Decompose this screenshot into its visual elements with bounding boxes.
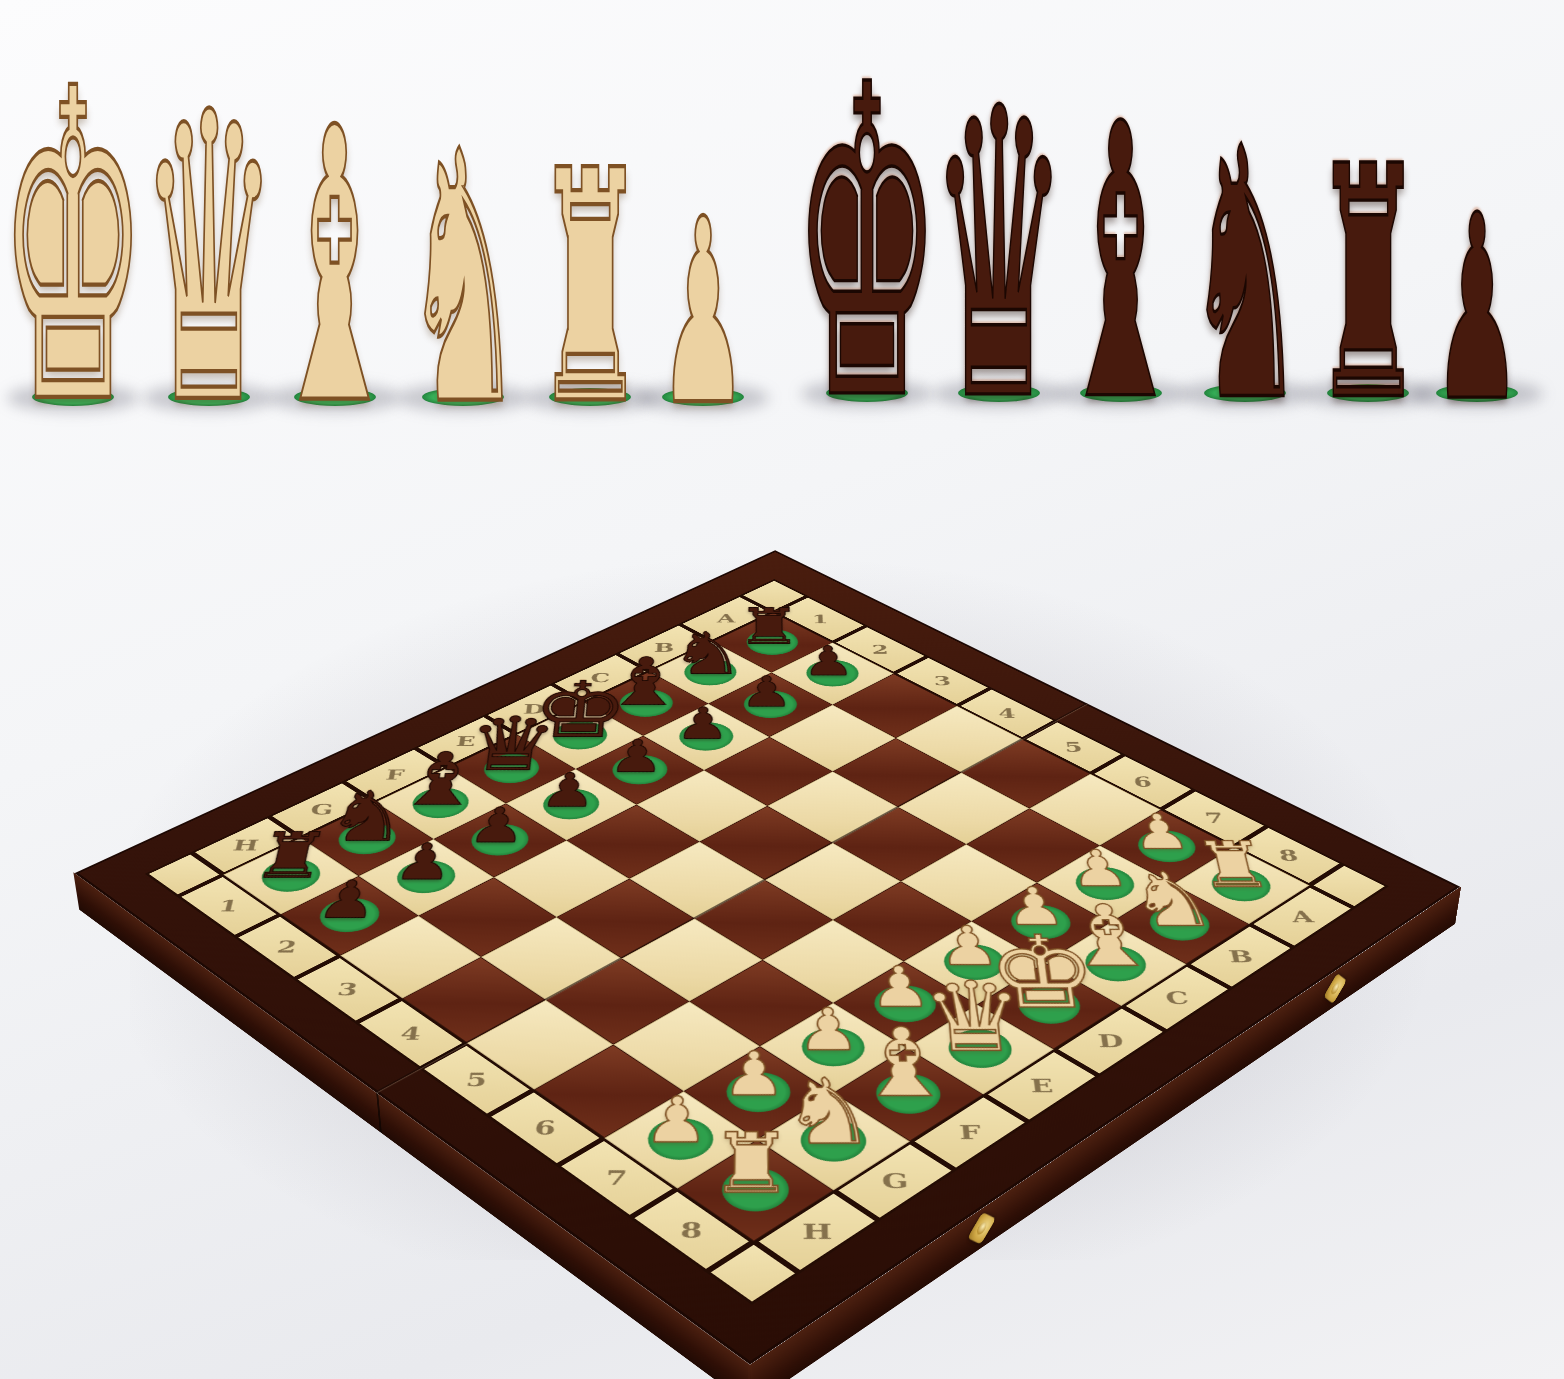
display-light-set-rook: ♜ bbox=[542, 259, 638, 406]
green-felt-base bbox=[936, 1022, 1025, 1076]
display-light-set-queen: ♛ bbox=[156, 223, 262, 406]
piece-light-knight-g8[interactable]: ♞ bbox=[718, 1078, 942, 1146]
display-light-set-king: ♚ bbox=[14, 209, 132, 406]
board-perspective-wrap: 12345678A♜♟♟♜AB♞♟♟♞BC♝♟♟♝CD♚♟♟♚DE♛♟♟♛EF♝… bbox=[275, 390, 1255, 1370]
square-g6[interactable] bbox=[613, 1001, 760, 1091]
light-set-knight-glyph: ♞ bbox=[403, 144, 524, 414]
piece-light-bishop-f8[interactable]: ♝ bbox=[794, 1028, 1014, 1099]
green-felt-base bbox=[634, 1110, 726, 1169]
chess-board: 12345678A♜♟♟♜AB♞♟♟♞BC♝♟♟♝CD♚♟♟♚DE♛♟♟♛EF♝… bbox=[74, 550, 1460, 1364]
green-felt-base bbox=[787, 1111, 879, 1170]
square-h4[interactable] bbox=[402, 957, 545, 1043]
light-set-rook-glyph: ♜ bbox=[534, 165, 645, 414]
dark-set-king-glyph: ♚ bbox=[792, 79, 941, 413]
display-light-set-pawn: ♟ bbox=[662, 289, 744, 406]
dark-set-knight-glyph: ♞ bbox=[1185, 140, 1306, 410]
light-set-bishop-glyph: ♝ bbox=[269, 121, 400, 415]
square-f4[interactable] bbox=[557, 879, 695, 959]
green-felt-base bbox=[1006, 979, 1093, 1031]
square-g8[interactable]: ♞ bbox=[757, 1093, 910, 1191]
piece-light-rook-h8[interactable]: ♜ bbox=[637, 1132, 866, 1194]
display-light-set-knight: ♞ bbox=[408, 247, 518, 406]
display-dark-set-knight: ♞ bbox=[1190, 243, 1300, 402]
display-light-set-bishop: ♝ bbox=[286, 233, 384, 406]
piece-light-pawn-g7[interactable]: ♟ bbox=[644, 1051, 863, 1097]
square-f7[interactable]: ♟ bbox=[760, 1003, 907, 1093]
display-set-dark: ♚♛♝♞♜♟ bbox=[808, 4, 1518, 402]
display-dark-set-rook: ♜ bbox=[1320, 255, 1416, 402]
piece-light-pawn-f7[interactable]: ♟ bbox=[721, 1008, 936, 1052]
square-h3[interactable] bbox=[340, 916, 481, 999]
brass-clasp-2 bbox=[969, 1207, 994, 1249]
square-g4[interactable] bbox=[481, 917, 622, 1000]
green-felt-base bbox=[863, 1066, 954, 1123]
piece-dark-pawn-h2[interactable]: ♟ bbox=[243, 880, 451, 919]
side-fold-seam bbox=[376, 1093, 382, 1134]
green-felt-base bbox=[713, 1064, 803, 1121]
square-h7[interactable]: ♟ bbox=[604, 1091, 757, 1188]
piece-light-pawn-h7[interactable]: ♟ bbox=[563, 1097, 787, 1144]
square-h6[interactable] bbox=[534, 1045, 683, 1138]
square-f6[interactable] bbox=[689, 960, 833, 1046]
display-set-light: ♚♛♝♞♜♟ bbox=[14, 8, 744, 406]
square-h5[interactable] bbox=[467, 1000, 613, 1090]
display-dark-set-pawn: ♟ bbox=[1436, 285, 1518, 402]
square-h8[interactable]: ♜ bbox=[677, 1140, 833, 1242]
dark-set-queen-glyph: ♛ bbox=[930, 102, 1068, 412]
square-h2[interactable]: ♟ bbox=[281, 876, 419, 956]
light-set-king-glyph: ♚ bbox=[0, 83, 148, 417]
square-g7[interactable]: ♟ bbox=[684, 1046, 834, 1140]
square-f8[interactable]: ♝ bbox=[833, 1048, 983, 1142]
green-felt-base bbox=[708, 1159, 802, 1220]
light-set-pawn-glyph: ♟ bbox=[659, 214, 748, 413]
display-dark-set-king: ♚ bbox=[808, 205, 926, 402]
dark-set-rook-glyph: ♜ bbox=[1312, 161, 1423, 410]
dark-set-pawn-glyph: ♟ bbox=[1433, 210, 1522, 409]
light-set-queen-glyph: ♛ bbox=[140, 106, 278, 416]
green-felt-base bbox=[789, 1020, 878, 1074]
display-dark-set-queen: ♛ bbox=[946, 219, 1052, 402]
display-dark-set-bishop: ♝ bbox=[1072, 229, 1170, 402]
dark-set-bishop-glyph: ♝ bbox=[1055, 117, 1186, 411]
